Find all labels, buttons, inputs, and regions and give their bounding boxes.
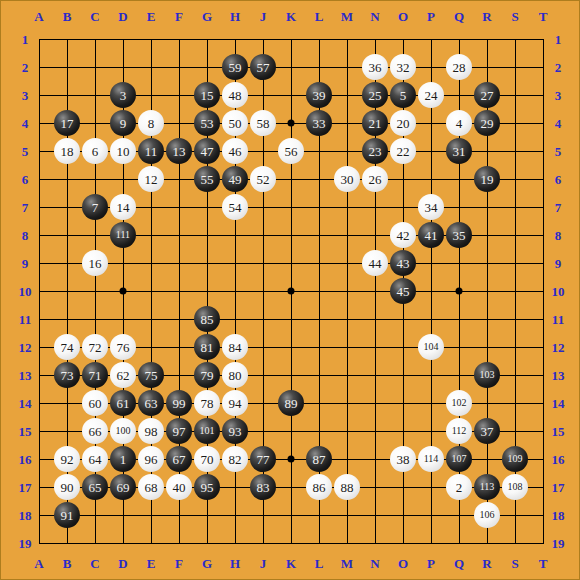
stone-white-16: 16 xyxy=(82,250,108,276)
stone-move-number: 76 xyxy=(117,341,130,354)
coord-label-left-9: 9 xyxy=(22,257,29,270)
stone-black-95: 95 xyxy=(194,474,220,500)
stone-move-number: 94 xyxy=(229,397,242,410)
stone-white-90: 90 xyxy=(54,474,80,500)
stone-move-number: 52 xyxy=(257,173,270,186)
hoshi-point-K4 xyxy=(288,120,295,127)
stone-white-78: 78 xyxy=(194,390,220,416)
stone-black-21: 21 xyxy=(362,110,388,136)
stone-black-57: 57 xyxy=(250,54,276,80)
stone-move-number: 47 xyxy=(201,145,214,158)
stone-move-number: 23 xyxy=(369,145,382,158)
stone-white-60: 60 xyxy=(82,390,108,416)
coord-label-left-14: 14 xyxy=(19,397,32,410)
stone-white-68: 68 xyxy=(138,474,164,500)
coord-label-bottom-O: O xyxy=(398,557,408,570)
stone-move-number: 22 xyxy=(397,145,410,158)
stone-white-28: 28 xyxy=(446,54,472,80)
coord-label-top-M: M xyxy=(341,10,353,23)
stone-black-65: 65 xyxy=(82,474,108,500)
stone-move-number: 78 xyxy=(201,397,214,410)
stone-move-number: 16 xyxy=(89,257,102,270)
coord-label-top-C: C xyxy=(90,10,99,23)
stone-move-number: 48 xyxy=(229,89,242,102)
coord-label-bottom-D: D xyxy=(118,557,127,570)
coord-label-top-G: G xyxy=(202,10,212,23)
stone-move-number: 96 xyxy=(145,453,158,466)
stone-white-8: 8 xyxy=(138,110,164,136)
stone-move-number: 74 xyxy=(61,341,74,354)
stone-black-91: 91 xyxy=(54,502,80,528)
stone-black-17: 17 xyxy=(54,110,80,136)
stone-move-number: 79 xyxy=(201,369,214,382)
stone-move-number: 104 xyxy=(424,342,439,352)
stone-move-number: 82 xyxy=(229,453,242,466)
stone-white-32: 32 xyxy=(390,54,416,80)
stone-black-73: 73 xyxy=(54,362,80,388)
coord-label-right-10: 10 xyxy=(552,285,565,298)
stone-black-11: 11 xyxy=(138,138,164,164)
stone-move-number: 34 xyxy=(425,201,438,214)
stone-move-number: 6 xyxy=(92,145,99,158)
coord-label-bottom-B: B xyxy=(63,557,72,570)
stone-black-79: 79 xyxy=(194,362,220,388)
coord-label-top-B: B xyxy=(63,10,72,23)
stone-move-number: 113 xyxy=(480,482,495,492)
stone-move-number: 24 xyxy=(425,89,438,102)
stone-black-63: 63 xyxy=(138,390,164,416)
stone-move-number: 66 xyxy=(89,425,102,438)
stone-white-14: 14 xyxy=(110,194,136,220)
stone-white-98: 98 xyxy=(138,418,164,444)
stone-black-27: 27 xyxy=(474,82,500,108)
coord-label-right-5: 5 xyxy=(555,145,562,158)
stone-black-49: 49 xyxy=(222,166,248,192)
coord-label-left-12: 12 xyxy=(19,341,32,354)
stone-move-number: 10 xyxy=(117,145,130,158)
stone-white-40: 40 xyxy=(166,474,192,500)
stone-white-100: 100 xyxy=(110,418,136,444)
stone-white-80: 80 xyxy=(222,362,248,388)
coord-label-right-13: 13 xyxy=(552,369,565,382)
stone-move-number: 69 xyxy=(117,481,130,494)
stone-move-number: 3 xyxy=(120,89,127,102)
stone-black-59: 59 xyxy=(222,54,248,80)
stone-move-number: 109 xyxy=(508,454,523,464)
stone-move-number: 101 xyxy=(200,426,215,436)
coord-label-left-1: 1 xyxy=(22,33,29,46)
coord-label-bottom-S: S xyxy=(511,557,518,570)
stone-move-number: 100 xyxy=(116,426,131,436)
stone-white-4: 4 xyxy=(446,110,472,136)
coord-label-right-16: 16 xyxy=(552,453,565,466)
coord-label-right-7: 7 xyxy=(555,201,562,214)
stone-move-number: 67 xyxy=(173,453,186,466)
stone-move-number: 35 xyxy=(453,229,466,242)
stone-white-56: 56 xyxy=(278,138,304,164)
stone-white-44: 44 xyxy=(362,250,388,276)
stone-black-81: 81 xyxy=(194,334,220,360)
stone-move-number: 68 xyxy=(145,481,158,494)
stone-move-number: 102 xyxy=(452,398,467,408)
stone-move-number: 93 xyxy=(229,425,242,438)
stone-white-104: 104 xyxy=(418,334,444,360)
stone-move-number: 65 xyxy=(89,481,102,494)
stone-move-number: 1 xyxy=(120,453,127,466)
stone-white-74: 74 xyxy=(54,334,80,360)
stone-move-number: 39 xyxy=(313,89,326,102)
stone-move-number: 45 xyxy=(397,285,410,298)
stone-white-24: 24 xyxy=(418,82,444,108)
stone-black-109: 109 xyxy=(502,446,528,472)
stone-move-number: 33 xyxy=(313,117,326,130)
stone-white-30: 30 xyxy=(334,166,360,192)
stone-move-number: 111 xyxy=(116,230,130,240)
coord-label-right-12: 12 xyxy=(552,341,565,354)
stone-move-number: 53 xyxy=(201,117,214,130)
coord-label-bottom-E: E xyxy=(147,557,156,570)
coord-label-right-3: 3 xyxy=(555,89,562,102)
stone-move-number: 19 xyxy=(481,173,494,186)
stone-move-number: 73 xyxy=(61,369,74,382)
stone-move-number: 11 xyxy=(145,145,158,158)
stone-black-9: 9 xyxy=(110,110,136,136)
stone-black-53: 53 xyxy=(194,110,220,136)
stone-white-106: 106 xyxy=(474,502,500,528)
stone-white-102: 102 xyxy=(446,390,472,416)
coord-label-left-16: 16 xyxy=(19,453,32,466)
stone-black-77: 77 xyxy=(250,446,276,472)
stone-black-31: 31 xyxy=(446,138,472,164)
coord-label-top-H: H xyxy=(230,10,240,23)
stone-white-10: 10 xyxy=(110,138,136,164)
stone-black-37: 37 xyxy=(474,418,500,444)
stone-move-number: 18 xyxy=(61,145,74,158)
coord-label-right-18: 18 xyxy=(552,509,565,522)
stone-black-89: 89 xyxy=(278,390,304,416)
coord-label-left-8: 8 xyxy=(22,229,29,242)
stone-move-number: 71 xyxy=(89,369,102,382)
stone-move-number: 46 xyxy=(229,145,242,158)
stone-move-number: 81 xyxy=(201,341,214,354)
coord-label-bottom-T: T xyxy=(539,557,548,570)
coord-label-bottom-K: K xyxy=(286,557,296,570)
stone-move-number: 37 xyxy=(481,425,494,438)
stone-black-15: 15 xyxy=(194,82,220,108)
stone-white-34: 34 xyxy=(418,194,444,220)
stone-move-number: 4 xyxy=(456,117,463,130)
coord-label-left-18: 18 xyxy=(19,509,32,522)
stone-black-5: 5 xyxy=(390,82,416,108)
stone-move-number: 27 xyxy=(481,89,494,102)
stone-move-number: 7 xyxy=(92,201,99,214)
coord-label-left-3: 3 xyxy=(22,89,29,102)
stone-black-61: 61 xyxy=(110,390,136,416)
stone-move-number: 114 xyxy=(424,454,439,464)
coord-label-top-D: D xyxy=(118,10,127,23)
stone-black-33: 33 xyxy=(306,110,332,136)
hoshi-point-Q10 xyxy=(456,288,463,295)
coord-label-top-S: S xyxy=(511,10,518,23)
hoshi-point-D10 xyxy=(120,288,127,295)
stone-move-number: 5 xyxy=(400,89,407,102)
stone-move-number: 9 xyxy=(120,117,127,130)
coord-label-bottom-Q: Q xyxy=(454,557,464,570)
stone-black-1: 1 xyxy=(110,446,136,472)
stone-black-107: 107 xyxy=(446,446,472,472)
stone-move-number: 44 xyxy=(369,257,382,270)
stone-move-number: 42 xyxy=(397,229,410,242)
stone-move-number: 26 xyxy=(369,173,382,186)
stone-move-number: 57 xyxy=(257,61,270,74)
stone-move-number: 84 xyxy=(229,341,242,354)
coord-label-right-4: 4 xyxy=(555,117,562,130)
stone-black-75: 75 xyxy=(138,362,164,388)
stone-black-67: 67 xyxy=(166,446,192,472)
stone-black-13: 13 xyxy=(166,138,192,164)
coord-label-bottom-G: G xyxy=(202,557,212,570)
stone-move-number: 95 xyxy=(201,481,214,494)
stone-white-64: 64 xyxy=(82,446,108,472)
stone-black-47: 47 xyxy=(194,138,220,164)
stone-black-103: 103 xyxy=(474,362,500,388)
stone-black-29: 29 xyxy=(474,110,500,136)
coord-label-top-L: L xyxy=(315,10,324,23)
stone-move-number: 85 xyxy=(201,313,214,326)
coord-label-bottom-P: P xyxy=(427,557,435,570)
coord-label-bottom-M: M xyxy=(341,557,353,570)
stone-black-7: 7 xyxy=(82,194,108,220)
stone-white-6: 6 xyxy=(82,138,108,164)
coord-label-left-2: 2 xyxy=(22,61,29,74)
stone-white-22: 22 xyxy=(390,138,416,164)
stone-move-number: 49 xyxy=(229,173,242,186)
stone-white-50: 50 xyxy=(222,110,248,136)
stone-move-number: 59 xyxy=(229,61,242,74)
stone-white-92: 92 xyxy=(54,446,80,472)
coord-label-bottom-J: J xyxy=(260,557,267,570)
stone-black-97: 97 xyxy=(166,418,192,444)
coord-label-bottom-F: F xyxy=(175,557,183,570)
stone-white-54: 54 xyxy=(222,194,248,220)
coord-label-left-17: 17 xyxy=(19,481,32,494)
coord-label-left-13: 13 xyxy=(19,369,32,382)
stone-white-12: 12 xyxy=(138,166,164,192)
stone-move-number: 13 xyxy=(173,145,186,158)
stone-move-number: 2 xyxy=(456,481,463,494)
coord-label-right-19: 19 xyxy=(552,537,565,550)
stone-move-number: 92 xyxy=(61,453,74,466)
coord-label-top-A: A xyxy=(34,10,43,23)
stone-move-number: 108 xyxy=(508,482,523,492)
stone-white-38: 38 xyxy=(390,446,416,472)
stone-black-3: 3 xyxy=(110,82,136,108)
stone-move-number: 87 xyxy=(313,453,326,466)
stone-move-number: 36 xyxy=(369,61,382,74)
stone-white-70: 70 xyxy=(194,446,220,472)
stone-move-number: 56 xyxy=(285,145,298,158)
stone-move-number: 17 xyxy=(61,117,74,130)
stone-move-number: 88 xyxy=(341,481,354,494)
coord-label-top-K: K xyxy=(286,10,296,23)
stone-move-number: 30 xyxy=(341,173,354,186)
stone-move-number: 61 xyxy=(117,397,130,410)
coord-label-right-17: 17 xyxy=(552,481,565,494)
stone-black-19: 19 xyxy=(474,166,500,192)
coord-label-left-11: 11 xyxy=(19,313,31,326)
stone-black-55: 55 xyxy=(194,166,220,192)
stone-white-66: 66 xyxy=(82,418,108,444)
stone-black-45: 45 xyxy=(390,278,416,304)
hoshi-point-K16 xyxy=(288,456,295,463)
stone-move-number: 41 xyxy=(425,229,438,242)
coord-label-top-T: T xyxy=(539,10,548,23)
stone-black-111: 111 xyxy=(110,222,136,248)
stone-white-2: 2 xyxy=(446,474,472,500)
stone-white-52: 52 xyxy=(250,166,276,192)
stone-white-58: 58 xyxy=(250,110,276,136)
stone-move-number: 97 xyxy=(173,425,186,438)
stone-move-number: 31 xyxy=(453,145,466,158)
coord-label-top-E: E xyxy=(147,10,156,23)
stone-move-number: 21 xyxy=(369,117,382,130)
stone-move-number: 14 xyxy=(117,201,130,214)
coord-label-left-7: 7 xyxy=(22,201,29,214)
stone-white-46: 46 xyxy=(222,138,248,164)
coord-label-top-N: N xyxy=(370,10,379,23)
stone-move-number: 64 xyxy=(89,453,102,466)
coord-label-top-F: F xyxy=(175,10,183,23)
coord-label-bottom-L: L xyxy=(315,557,324,570)
stone-white-72: 72 xyxy=(82,334,108,360)
stone-move-number: 40 xyxy=(173,481,186,494)
stone-move-number: 60 xyxy=(89,397,102,410)
stone-move-number: 77 xyxy=(257,453,270,466)
go-board: ABCDEFGHJKLMNOPQRST ABCDEFGHJKLMNOPQRST … xyxy=(0,0,580,580)
stone-white-114: 114 xyxy=(418,446,444,472)
coord-label-bottom-A: A xyxy=(34,557,43,570)
stone-move-number: 54 xyxy=(229,201,242,214)
stone-black-87: 87 xyxy=(306,446,332,472)
stone-move-number: 62 xyxy=(117,369,130,382)
stone-white-84: 84 xyxy=(222,334,248,360)
coord-label-top-Q: Q xyxy=(454,10,464,23)
stone-move-number: 43 xyxy=(397,257,410,270)
stone-move-number: 25 xyxy=(369,89,382,102)
stone-move-number: 98 xyxy=(145,425,158,438)
stone-move-number: 29 xyxy=(481,117,494,130)
hoshi-point-K10 xyxy=(288,288,295,295)
stone-white-76: 76 xyxy=(110,334,136,360)
stone-white-112: 112 xyxy=(446,418,472,444)
coord-label-top-J: J xyxy=(260,10,267,23)
stone-move-number: 58 xyxy=(257,117,270,130)
stone-black-113: 113 xyxy=(474,474,500,500)
stone-white-48: 48 xyxy=(222,82,248,108)
stone-move-number: 80 xyxy=(229,369,242,382)
stone-black-25: 25 xyxy=(362,82,388,108)
stone-white-96: 96 xyxy=(138,446,164,472)
stone-black-83: 83 xyxy=(250,474,276,500)
coord-label-right-14: 14 xyxy=(552,397,565,410)
coord-label-right-6: 6 xyxy=(555,173,562,186)
stone-move-number: 28 xyxy=(453,61,466,74)
stone-white-26: 26 xyxy=(362,166,388,192)
stone-move-number: 55 xyxy=(201,173,214,186)
stone-black-85: 85 xyxy=(194,306,220,332)
stone-move-number: 15 xyxy=(201,89,214,102)
stone-move-number: 32 xyxy=(397,61,410,74)
stone-move-number: 38 xyxy=(397,453,410,466)
coord-label-left-19: 19 xyxy=(19,537,32,550)
stone-move-number: 70 xyxy=(201,453,214,466)
stone-move-number: 8 xyxy=(148,117,155,130)
stone-black-99: 99 xyxy=(166,390,192,416)
coord-label-bottom-R: R xyxy=(482,557,491,570)
stone-move-number: 89 xyxy=(285,397,298,410)
stone-black-35: 35 xyxy=(446,222,472,248)
stone-black-93: 93 xyxy=(222,418,248,444)
stone-move-number: 50 xyxy=(229,117,242,130)
coord-label-right-1: 1 xyxy=(555,33,562,46)
coord-label-left-4: 4 xyxy=(22,117,29,130)
coord-label-top-O: O xyxy=(398,10,408,23)
coord-label-left-5: 5 xyxy=(22,145,29,158)
stone-white-18: 18 xyxy=(54,138,80,164)
stone-move-number: 72 xyxy=(89,341,102,354)
stone-white-20: 20 xyxy=(390,110,416,136)
stone-black-43: 43 xyxy=(390,250,416,276)
stone-move-number: 91 xyxy=(61,509,74,522)
coord-label-top-P: P xyxy=(427,10,435,23)
stone-move-number: 107 xyxy=(452,454,467,464)
stone-black-69: 69 xyxy=(110,474,136,500)
stone-move-number: 106 xyxy=(480,510,495,520)
coord-label-left-15: 15 xyxy=(19,425,32,438)
stone-move-number: 99 xyxy=(173,397,186,410)
stone-white-86: 86 xyxy=(306,474,332,500)
stone-move-number: 103 xyxy=(480,370,495,380)
stone-move-number: 20 xyxy=(397,117,410,130)
stone-black-71: 71 xyxy=(82,362,108,388)
coord-label-right-9: 9 xyxy=(555,257,562,270)
stone-white-94: 94 xyxy=(222,390,248,416)
coord-label-bottom-N: N xyxy=(370,557,379,570)
stone-white-62: 62 xyxy=(110,362,136,388)
stone-move-number: 75 xyxy=(145,369,158,382)
stone-move-number: 12 xyxy=(145,173,158,186)
coord-label-left-6: 6 xyxy=(22,173,29,186)
stone-move-number: 112 xyxy=(452,426,467,436)
stone-move-number: 90 xyxy=(61,481,74,494)
coord-label-right-8: 8 xyxy=(555,229,562,242)
stone-move-number: 63 xyxy=(145,397,158,410)
stone-white-108: 108 xyxy=(502,474,528,500)
stone-white-88: 88 xyxy=(334,474,360,500)
stone-move-number: 86 xyxy=(313,481,326,494)
coord-label-bottom-H: H xyxy=(230,557,240,570)
stone-move-number: 83 xyxy=(257,481,270,494)
stone-white-42: 42 xyxy=(390,222,416,248)
coord-label-right-11: 11 xyxy=(552,313,564,326)
coord-label-right-15: 15 xyxy=(552,425,565,438)
stone-white-36: 36 xyxy=(362,54,388,80)
stone-black-39: 39 xyxy=(306,82,332,108)
coord-label-top-R: R xyxy=(482,10,491,23)
coord-label-right-2: 2 xyxy=(555,61,562,74)
coord-label-left-10: 10 xyxy=(19,285,32,298)
stone-black-101: 101 xyxy=(194,418,220,444)
